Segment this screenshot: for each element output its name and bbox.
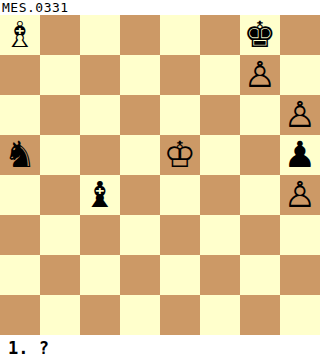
square-f8[interactable] bbox=[200, 15, 240, 55]
square-d8[interactable] bbox=[120, 15, 160, 55]
square-h2[interactable] bbox=[280, 255, 320, 295]
square-h6[interactable]: ♙ bbox=[280, 95, 320, 135]
square-d7[interactable] bbox=[120, 55, 160, 95]
square-e6[interactable] bbox=[160, 95, 200, 135]
square-h3[interactable] bbox=[280, 215, 320, 255]
square-a3[interactable] bbox=[0, 215, 40, 255]
square-e8[interactable] bbox=[160, 15, 200, 55]
square-b7[interactable] bbox=[40, 55, 80, 95]
square-a6[interactable] bbox=[0, 95, 40, 135]
square-g8[interactable]: ♚ bbox=[240, 15, 280, 55]
piece-white-pawn: ♙ bbox=[284, 175, 316, 215]
square-a8[interactable]: ♗ bbox=[0, 15, 40, 55]
square-f7[interactable] bbox=[200, 55, 240, 95]
square-d3[interactable] bbox=[120, 215, 160, 255]
square-d5[interactable] bbox=[120, 135, 160, 175]
square-c8[interactable] bbox=[80, 15, 120, 55]
square-g4[interactable] bbox=[240, 175, 280, 215]
square-d2[interactable] bbox=[120, 255, 160, 295]
square-c3[interactable] bbox=[80, 215, 120, 255]
square-a1[interactable] bbox=[0, 295, 40, 335]
square-c6[interactable] bbox=[80, 95, 120, 135]
square-b3[interactable] bbox=[40, 215, 80, 255]
square-e5[interactable]: ♔ bbox=[160, 135, 200, 175]
square-c2[interactable] bbox=[80, 255, 120, 295]
square-d1[interactable] bbox=[120, 295, 160, 335]
square-e2[interactable] bbox=[160, 255, 200, 295]
square-h8[interactable] bbox=[280, 15, 320, 55]
square-b6[interactable] bbox=[40, 95, 80, 135]
square-c7[interactable] bbox=[80, 55, 120, 95]
square-c5[interactable] bbox=[80, 135, 120, 175]
square-b4[interactable] bbox=[40, 175, 80, 215]
square-f2[interactable] bbox=[200, 255, 240, 295]
square-f3[interactable] bbox=[200, 215, 240, 255]
move-prompt: 1. ? bbox=[0, 335, 320, 360]
square-c4[interactable]: ♝ bbox=[80, 175, 120, 215]
piece-black-pawn: ♟ bbox=[284, 135, 316, 175]
square-h7[interactable] bbox=[280, 55, 320, 95]
piece-white-pawn: ♙ bbox=[284, 95, 316, 135]
chess-board: ♗♚♙♙♞♔♟♝♙ bbox=[0, 15, 320, 335]
square-f6[interactable] bbox=[200, 95, 240, 135]
square-f5[interactable] bbox=[200, 135, 240, 175]
piece-white-bishop: ♗ bbox=[4, 15, 36, 55]
square-g6[interactable] bbox=[240, 95, 280, 135]
square-e7[interactable] bbox=[160, 55, 200, 95]
square-e1[interactable] bbox=[160, 295, 200, 335]
square-a2[interactable] bbox=[0, 255, 40, 295]
square-b5[interactable] bbox=[40, 135, 80, 175]
square-e3[interactable] bbox=[160, 215, 200, 255]
square-a5[interactable]: ♞ bbox=[0, 135, 40, 175]
square-g5[interactable] bbox=[240, 135, 280, 175]
piece-white-king: ♔ bbox=[164, 135, 196, 175]
square-b2[interactable] bbox=[40, 255, 80, 295]
square-h5[interactable]: ♟ bbox=[280, 135, 320, 175]
piece-white-pawn: ♙ bbox=[244, 55, 276, 95]
square-h4[interactable]: ♙ bbox=[280, 175, 320, 215]
diagram-title: MES.0331 bbox=[0, 0, 320, 15]
square-c1[interactable] bbox=[80, 295, 120, 335]
square-b1[interactable] bbox=[40, 295, 80, 335]
square-d6[interactable] bbox=[120, 95, 160, 135]
square-f4[interactable] bbox=[200, 175, 240, 215]
square-b8[interactable] bbox=[40, 15, 80, 55]
square-f1[interactable] bbox=[200, 295, 240, 335]
piece-black-bishop: ♝ bbox=[84, 175, 116, 215]
square-g7[interactable]: ♙ bbox=[240, 55, 280, 95]
square-g2[interactable] bbox=[240, 255, 280, 295]
square-d4[interactable] bbox=[120, 175, 160, 215]
square-e4[interactable] bbox=[160, 175, 200, 215]
piece-black-knight: ♞ bbox=[4, 135, 36, 175]
square-a7[interactable] bbox=[0, 55, 40, 95]
piece-black-king: ♚ bbox=[244, 15, 276, 55]
square-h1[interactable] bbox=[280, 295, 320, 335]
square-g3[interactable] bbox=[240, 215, 280, 255]
square-a4[interactable] bbox=[0, 175, 40, 215]
square-g1[interactable] bbox=[240, 295, 280, 335]
